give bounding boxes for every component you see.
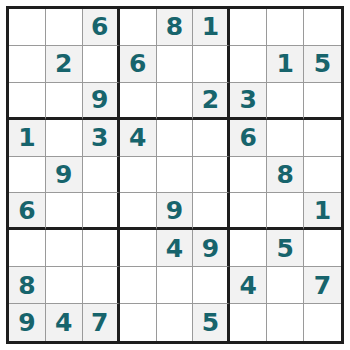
cell-r1c4[interactable] — [120, 9, 157, 46]
cell-r6c6[interactable] — [193, 193, 230, 230]
cell-r3c1[interactable] — [9, 83, 46, 120]
cell-r8c3[interactable] — [83, 267, 120, 304]
cell-r2c1[interactable] — [9, 46, 46, 83]
cell-r8c6[interactable] — [193, 267, 230, 304]
cell-r6c8[interactable] — [267, 193, 304, 230]
cell-r3c2[interactable] — [46, 83, 83, 120]
cell-r5c6[interactable] — [193, 157, 230, 194]
sudoku-board: 68126159231346986914958479475 — [6, 6, 344, 344]
cell-r4c9[interactable] — [304, 120, 341, 157]
cell-r7c1[interactable] — [9, 230, 46, 267]
cell-r7c3[interactable] — [83, 230, 120, 267]
cell-r9c1[interactable]: 9 — [9, 304, 46, 341]
cell-r9c6[interactable]: 5 — [193, 304, 230, 341]
cell-r4c4[interactable]: 4 — [120, 120, 157, 157]
cell-r5c2[interactable]: 9 — [46, 157, 83, 194]
cell-r5c8[interactable]: 8 — [267, 157, 304, 194]
cell-r5c4[interactable] — [120, 157, 157, 194]
cell-r9c3[interactable]: 7 — [83, 304, 120, 341]
cell-r6c5[interactable]: 9 — [157, 193, 194, 230]
cell-r3c4[interactable] — [120, 83, 157, 120]
cell-r6c3[interactable] — [83, 193, 120, 230]
cell-r1c7[interactable] — [230, 9, 267, 46]
cell-r4c7[interactable]: 6 — [230, 120, 267, 157]
cell-r9c8[interactable] — [267, 304, 304, 341]
cell-r2c3[interactable] — [83, 46, 120, 83]
cell-r8c4[interactable] — [120, 267, 157, 304]
cell-r5c5[interactable] — [157, 157, 194, 194]
cell-r2c6[interactable] — [193, 46, 230, 83]
cell-r6c7[interactable] — [230, 193, 267, 230]
cell-r6c4[interactable] — [120, 193, 157, 230]
cell-r8c5[interactable] — [157, 267, 194, 304]
cell-r2c4[interactable]: 6 — [120, 46, 157, 83]
cell-r5c7[interactable] — [230, 157, 267, 194]
cell-r8c7[interactable]: 4 — [230, 267, 267, 304]
cell-r7c8[interactable]: 5 — [267, 230, 304, 267]
cell-r8c1[interactable]: 8 — [9, 267, 46, 304]
cell-r4c2[interactable] — [46, 120, 83, 157]
cell-r2c9[interactable]: 5 — [304, 46, 341, 83]
cell-r2c2[interactable]: 2 — [46, 46, 83, 83]
cell-r9c7[interactable] — [230, 304, 267, 341]
cell-r4c6[interactable] — [193, 120, 230, 157]
cell-r3c7[interactable]: 3 — [230, 83, 267, 120]
cell-r1c8[interactable] — [267, 9, 304, 46]
cell-r7c9[interactable] — [304, 230, 341, 267]
cell-r3c9[interactable] — [304, 83, 341, 120]
cell-r9c9[interactable] — [304, 304, 341, 341]
cell-r2c7[interactable] — [230, 46, 267, 83]
cell-r7c4[interactable] — [120, 230, 157, 267]
cell-r5c9[interactable] — [304, 157, 341, 194]
cell-r3c8[interactable] — [267, 83, 304, 120]
cell-r5c1[interactable] — [9, 157, 46, 194]
cell-r7c7[interactable] — [230, 230, 267, 267]
cell-r8c8[interactable] — [267, 267, 304, 304]
cell-r4c3[interactable]: 3 — [83, 120, 120, 157]
cell-r7c2[interactable] — [46, 230, 83, 267]
cell-r1c1[interactable] — [9, 9, 46, 46]
cell-r7c6[interactable]: 9 — [193, 230, 230, 267]
cell-r1c3[interactable]: 6 — [83, 9, 120, 46]
cell-r8c9[interactable]: 7 — [304, 267, 341, 304]
cell-r6c2[interactable] — [46, 193, 83, 230]
cell-r6c9[interactable]: 1 — [304, 193, 341, 230]
cell-r5c3[interactable] — [83, 157, 120, 194]
cell-r1c9[interactable] — [304, 9, 341, 46]
cell-r2c8[interactable]: 1 — [267, 46, 304, 83]
cell-r8c2[interactable] — [46, 267, 83, 304]
cell-r4c8[interactable] — [267, 120, 304, 157]
cell-r4c1[interactable]: 1 — [9, 120, 46, 157]
cell-r3c6[interactable]: 2 — [193, 83, 230, 120]
cell-r9c4[interactable] — [120, 304, 157, 341]
cell-r1c2[interactable] — [46, 9, 83, 46]
cell-r9c5[interactable] — [157, 304, 194, 341]
cell-r1c6[interactable]: 1 — [193, 9, 230, 46]
cell-r3c3[interactable]: 9 — [83, 83, 120, 120]
cell-r4c5[interactable] — [157, 120, 194, 157]
cell-r2c5[interactable] — [157, 46, 194, 83]
cell-r7c5[interactable]: 4 — [157, 230, 194, 267]
cell-r1c5[interactable]: 8 — [157, 9, 194, 46]
page: 68126159231346986914958479475 — [0, 0, 350, 350]
cell-r6c1[interactable]: 6 — [9, 193, 46, 230]
cell-r9c2[interactable]: 4 — [46, 304, 83, 341]
cell-r3c5[interactable] — [157, 83, 194, 120]
